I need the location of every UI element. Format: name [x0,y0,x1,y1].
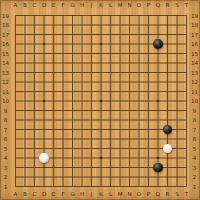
column-label-M: M [115,0,125,11]
column-label-N: N [125,0,135,11]
row-label-14: 14 [0,58,11,68]
row-label-4: 4 [0,153,11,163]
stone-black-Q3 [153,163,163,173]
row-label-9: 9 [0,106,11,116]
column-label-E: E [49,0,59,11]
column-label-T: T [182,0,192,11]
column-label-S: S [172,0,182,11]
column-label-O: O [134,0,144,11]
row-label-18: 18 [0,20,11,30]
board-intersections-grid[interactable] [11,11,192,192]
column-label-H: H [77,0,87,11]
row-label-6: 6 [0,134,11,144]
stone-black-R7 [163,125,173,135]
column-label-B: B [20,0,30,11]
stone-white-D4 [39,153,49,163]
row-label-15: 15 [0,49,11,59]
column-label-K: K [96,0,106,11]
stone-white-R5 [163,144,173,154]
row-label-17: 17 [0,30,11,40]
column-label-G: G [68,0,78,11]
row-label-1: 1 [0,182,11,192]
column-label-R: R [163,0,173,11]
coordinate-labels-left: 19181716151413121110987654321 [0,11,11,192]
row-label-12: 12 [0,77,11,87]
row-label-11: 11 [0,87,11,97]
row-label-19: 19 [0,11,11,21]
row-label-2: 2 [0,172,11,182]
row-label-5: 5 [0,144,11,154]
column-label-P: P [144,0,154,11]
coordinate-labels-top: ABCDEFGHJKLMNOPQRST [11,0,192,11]
row-label-16: 16 [0,39,11,49]
column-label-Q: Q [153,0,163,11]
stone-black-Q16 [153,39,163,49]
column-label-A: A [11,0,21,11]
row-label-10: 10 [0,96,11,106]
column-label-F: F [58,0,68,11]
column-label-J: J [87,0,97,11]
row-label-13: 13 [0,68,11,78]
row-label-8: 8 [0,115,11,125]
row-label-7: 7 [0,125,11,135]
column-label-L: L [106,0,116,11]
row-label-3: 3 [0,163,11,173]
column-label-D: D [39,0,49,11]
column-label-C: C [30,0,40,11]
go-board[interactable]: ABCDEFGHJKLMNOPQRST ABCDEFGHJKLMNOPQRST … [0,0,200,200]
